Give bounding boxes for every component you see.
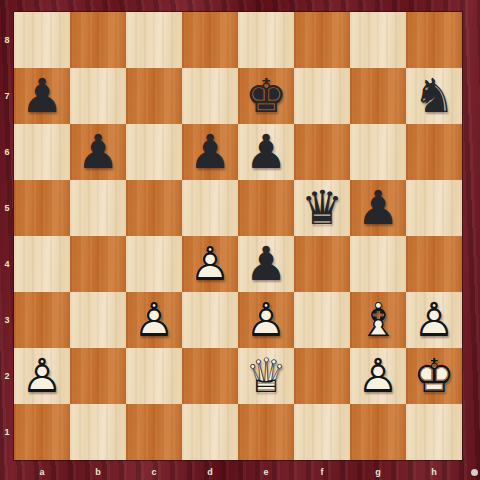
square-d1[interactable]	[182, 404, 238, 460]
file-label-f: f	[294, 460, 350, 480]
file-label-b: b	[70, 460, 126, 480]
square-e5[interactable]	[238, 180, 294, 236]
black-piece-glyph: ♚	[238, 68, 294, 124]
square-a5[interactable]	[14, 180, 70, 236]
black-knight-h7-icon[interactable]: ♞	[406, 68, 462, 124]
white-piece-outline: ♙	[14, 348, 70, 404]
square-a6[interactable]	[14, 124, 70, 180]
rank-label-6: 6	[0, 124, 14, 180]
black-pawn-g5-icon[interactable]: ♟	[350, 180, 406, 236]
square-f2[interactable]	[294, 348, 350, 404]
rank-label-5: 5	[0, 180, 14, 236]
square-b4[interactable]	[70, 236, 126, 292]
square-a3[interactable]	[14, 292, 70, 348]
square-h1[interactable]	[406, 404, 462, 460]
white-piece-outline: ♗	[350, 292, 406, 348]
square-b8[interactable]	[70, 12, 126, 68]
white-pawn-d4-icon[interactable]: ♟♙	[182, 236, 238, 292]
rank-labels: 87654321	[0, 12, 14, 460]
square-a8[interactable]	[14, 12, 70, 68]
square-d4[interactable]: ♟♙	[182, 236, 238, 292]
square-e4[interactable]: ♟	[238, 236, 294, 292]
square-f7[interactable]	[294, 68, 350, 124]
black-king-e7-icon[interactable]: ♚	[238, 68, 294, 124]
black-piece-glyph: ♟	[350, 180, 406, 236]
square-c6[interactable]	[126, 124, 182, 180]
square-a1[interactable]	[14, 404, 70, 460]
rank-label-4: 4	[0, 236, 14, 292]
black-piece-glyph: ♛	[294, 180, 350, 236]
black-piece-glyph: ♟	[238, 236, 294, 292]
white-pawn-a2-icon[interactable]: ♟♙	[14, 348, 70, 404]
square-f3[interactable]	[294, 292, 350, 348]
square-b7[interactable]	[70, 68, 126, 124]
board-grid: ♟♚♞♟♟♟♛♟♟♙♟♟♙♟♙♝♗♟♙♟♙♛♕♟♙♚♔	[14, 12, 462, 460]
square-g3[interactable]: ♝♗	[350, 292, 406, 348]
square-e8[interactable]	[238, 12, 294, 68]
corner-marker-dot	[471, 469, 478, 476]
black-piece-glyph: ♟	[182, 124, 238, 180]
file-label-c: c	[126, 460, 182, 480]
white-piece-outline: ♔	[406, 348, 462, 404]
square-b3[interactable]	[70, 292, 126, 348]
square-a2[interactable]: ♟♙	[14, 348, 70, 404]
black-pawn-e6-icon[interactable]: ♟	[238, 124, 294, 180]
black-pawn-e4-icon[interactable]: ♟	[238, 236, 294, 292]
square-d5[interactable]	[182, 180, 238, 236]
rank-label-8: 8	[0, 12, 14, 68]
square-b5[interactable]	[70, 180, 126, 236]
square-g6[interactable]	[350, 124, 406, 180]
square-h3[interactable]: ♟♙	[406, 292, 462, 348]
black-piece-glyph: ♟	[238, 124, 294, 180]
white-piece-outline: ♙	[182, 236, 238, 292]
square-c7[interactable]	[126, 68, 182, 124]
rank-label-3: 3	[0, 292, 14, 348]
square-d8[interactable]	[182, 12, 238, 68]
black-piece-glyph: ♟	[70, 124, 126, 180]
white-piece-outline: ♙	[406, 292, 462, 348]
square-d6[interactable]: ♟	[182, 124, 238, 180]
square-g8[interactable]	[350, 12, 406, 68]
square-c5[interactable]	[126, 180, 182, 236]
square-h8[interactable]	[406, 12, 462, 68]
square-c3[interactable]: ♟♙	[126, 292, 182, 348]
square-g2[interactable]: ♟♙	[350, 348, 406, 404]
square-g7[interactable]	[350, 68, 406, 124]
square-f5[interactable]: ♛	[294, 180, 350, 236]
file-label-a: a	[14, 460, 70, 480]
square-c4[interactable]	[126, 236, 182, 292]
file-labels: abcdefgh	[14, 460, 462, 480]
square-h4[interactable]	[406, 236, 462, 292]
square-f1[interactable]	[294, 404, 350, 460]
square-c2[interactable]	[126, 348, 182, 404]
white-piece-outline: ♕	[238, 348, 294, 404]
black-piece-glyph: ♟	[14, 68, 70, 124]
square-d2[interactable]	[182, 348, 238, 404]
square-g1[interactable]	[350, 404, 406, 460]
square-h5[interactable]	[406, 180, 462, 236]
square-g4[interactable]	[350, 236, 406, 292]
square-e6[interactable]: ♟	[238, 124, 294, 180]
black-pawn-b6-icon[interactable]: ♟	[70, 124, 126, 180]
black-pawn-a7-icon[interactable]: ♟	[14, 68, 70, 124]
square-f4[interactable]	[294, 236, 350, 292]
square-e7[interactable]: ♚	[238, 68, 294, 124]
white-bishop-g3-icon[interactable]: ♝♗	[350, 292, 406, 348]
white-piece-outline: ♙	[350, 348, 406, 404]
square-b2[interactable]	[70, 348, 126, 404]
square-a4[interactable]	[14, 236, 70, 292]
white-pawn-g2-icon[interactable]: ♟♙	[350, 348, 406, 404]
square-b6[interactable]: ♟	[70, 124, 126, 180]
square-f8[interactable]	[294, 12, 350, 68]
square-a7[interactable]: ♟	[14, 68, 70, 124]
rank-label-7: 7	[0, 68, 14, 124]
square-h2[interactable]: ♚♔	[406, 348, 462, 404]
square-g5[interactable]: ♟	[350, 180, 406, 236]
square-h7[interactable]: ♞	[406, 68, 462, 124]
black-queen-f5-icon[interactable]: ♛	[294, 180, 350, 236]
square-c1[interactable]	[126, 404, 182, 460]
square-e1[interactable]	[238, 404, 294, 460]
rank-label-1: 1	[0, 404, 14, 460]
square-e2[interactable]: ♛♕	[238, 348, 294, 404]
white-pawn-e3-icon[interactable]: ♟♙	[238, 292, 294, 348]
white-piece-outline: ♙	[126, 292, 182, 348]
square-c8[interactable]	[126, 12, 182, 68]
square-h6[interactable]	[406, 124, 462, 180]
file-label-g: g	[350, 460, 406, 480]
square-d7[interactable]	[182, 68, 238, 124]
white-pawn-h3-icon[interactable]: ♟♙	[406, 292, 462, 348]
square-d3[interactable]	[182, 292, 238, 348]
rank-label-2: 2	[0, 348, 14, 404]
white-queen-e2-icon[interactable]: ♛♕	[238, 348, 294, 404]
black-pawn-d6-icon[interactable]: ♟	[182, 124, 238, 180]
white-piece-outline: ♙	[238, 292, 294, 348]
white-pawn-c3-icon[interactable]: ♟♙	[126, 292, 182, 348]
square-b1[interactable]	[70, 404, 126, 460]
black-piece-glyph: ♞	[406, 68, 462, 124]
chess-board-frame: 87654321 ♟♚♞♟♟♟♛♟♟♙♟♟♙♟♙♝♗♟♙♟♙♛♕♟♙♚♔ abc…	[0, 0, 480, 480]
file-label-d: d	[182, 460, 238, 480]
square-e3[interactable]: ♟♙	[238, 292, 294, 348]
white-king-h2-icon[interactable]: ♚♔	[406, 348, 462, 404]
file-label-e: e	[238, 460, 294, 480]
file-label-h: h	[406, 460, 462, 480]
square-f6[interactable]	[294, 124, 350, 180]
